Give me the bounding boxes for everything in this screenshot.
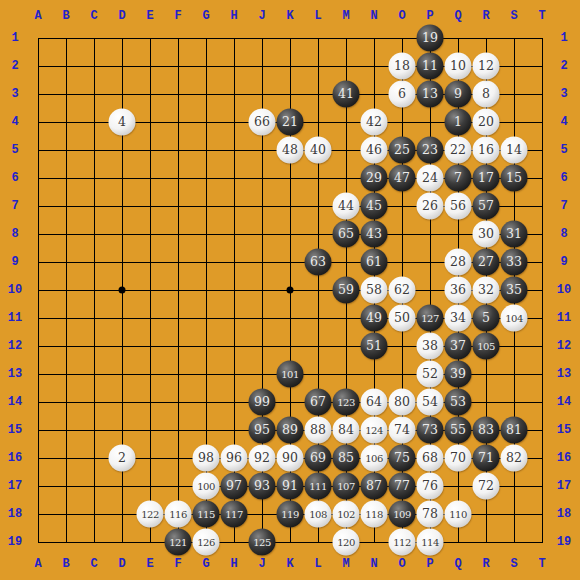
row-label-right: 16 — [557, 452, 571, 464]
col-label-bottom: A — [34, 558, 41, 570]
stone-white-o15[interactable]: 74 — [389, 417, 416, 444]
col-label-bottom: Q — [454, 558, 461, 570]
col-label-top: Q — [454, 10, 461, 22]
col-label-top: N — [370, 10, 377, 22]
stone-black-j15[interactable]: 95 — [249, 417, 276, 444]
stone-black-q13[interactable]: 39 — [445, 361, 472, 388]
stone-black-o18[interactable]: 109 — [389, 501, 416, 528]
stone-white-g17[interactable]: 100 — [193, 473, 220, 500]
stone-black-k13[interactable]: 101 — [277, 361, 304, 388]
col-label-top: J — [258, 10, 265, 22]
stone-black-m14[interactable]: 123 — [333, 389, 360, 416]
col-label-top: F — [174, 10, 181, 22]
stone-white-l5[interactable]: 40 — [305, 137, 332, 164]
stone-black-s6[interactable]: 15 — [501, 165, 528, 192]
row-label-right: 1 — [560, 32, 567, 44]
row-label-left: 10 — [8, 284, 22, 296]
stone-white-p16[interactable]: 68 — [417, 445, 444, 472]
go-game-record: { "game": "go", "board": { "size": 19, "… — [0, 0, 580, 580]
stone-black-q12[interactable]: 37 — [445, 333, 472, 360]
col-label-top: M — [342, 10, 349, 22]
stone-white-s5[interactable]: 14 — [501, 137, 528, 164]
row-label-right: 15 — [557, 424, 571, 436]
stone-white-p12[interactable]: 38 — [417, 333, 444, 360]
stone-black-q15[interactable]: 55 — [445, 417, 472, 444]
stone-black-q3[interactable]: 9 — [445, 81, 472, 108]
stone-black-p3[interactable]: 13 — [417, 81, 444, 108]
row-label-left: 18 — [8, 508, 22, 520]
stone-black-n11[interactable]: 49 — [361, 305, 388, 332]
stone-white-l15[interactable]: 88 — [305, 417, 332, 444]
row-label-right: 2 — [560, 60, 567, 72]
row-label-left: 17 — [8, 480, 22, 492]
col-label-bottom: D — [118, 558, 125, 570]
stone-black-r11[interactable]: 5 — [473, 305, 500, 332]
stone-white-d4[interactable]: 4 — [109, 109, 136, 136]
stone-white-o19[interactable]: 112 — [389, 529, 416, 556]
stone-black-m17[interactable]: 107 — [333, 473, 360, 500]
stone-black-j19[interactable]: 125 — [249, 529, 276, 556]
stone-white-j16[interactable]: 92 — [249, 445, 276, 472]
stone-black-l16[interactable]: 69 — [305, 445, 332, 472]
stone-white-p13[interactable]: 52 — [417, 361, 444, 388]
row-label-right: 9 — [560, 256, 567, 268]
stone-black-n17[interactable]: 87 — [361, 473, 388, 500]
stone-black-k4[interactable]: 21 — [277, 109, 304, 136]
stone-black-o16[interactable]: 75 — [389, 445, 416, 472]
row-label-left: 3 — [11, 88, 18, 100]
stone-white-n15[interactable]: 124 — [361, 417, 388, 444]
stone-white-o2[interactable]: 18 — [389, 53, 416, 80]
stone-black-p1[interactable]: 19 — [417, 25, 444, 52]
stone-white-r2[interactable]: 12 — [473, 53, 500, 80]
stone-white-m15[interactable]: 84 — [333, 417, 360, 444]
stone-white-s16[interactable]: 82 — [501, 445, 528, 472]
col-label-bottom: S — [510, 558, 517, 570]
stone-white-r10[interactable]: 32 — [473, 277, 500, 304]
stone-black-k18[interactable]: 119 — [277, 501, 304, 528]
stone-white-n16[interactable]: 106 — [361, 445, 388, 472]
col-label-top: A — [34, 10, 41, 22]
row-label-right: 18 — [557, 508, 571, 520]
stone-white-h16[interactable]: 96 — [221, 445, 248, 472]
stone-white-n10[interactable]: 58 — [361, 277, 388, 304]
row-label-left: 15 — [8, 424, 22, 436]
stone-white-q16[interactable]: 70 — [445, 445, 472, 472]
col-label-bottom: C — [90, 558, 97, 570]
stone-black-n6[interactable]: 29 — [361, 165, 388, 192]
row-label-right: 7 — [560, 200, 567, 212]
star-point-k10 — [287, 287, 294, 294]
stone-black-m10[interactable]: 59 — [333, 277, 360, 304]
row-label-left: 16 — [8, 452, 22, 464]
col-label-top: L — [314, 10, 321, 22]
stone-black-o17[interactable]: 77 — [389, 473, 416, 500]
stone-black-l9[interactable]: 63 — [305, 249, 332, 276]
col-label-top: D — [118, 10, 125, 22]
stone-black-p5[interactable]: 23 — [417, 137, 444, 164]
row-label-left: 9 — [11, 256, 18, 268]
stone-white-p7[interactable]: 26 — [417, 193, 444, 220]
row-label-right: 19 — [557, 536, 571, 548]
col-label-bottom: G — [202, 558, 209, 570]
stone-black-h18[interactable]: 117 — [221, 501, 248, 528]
stone-white-n4[interactable]: 42 — [361, 109, 388, 136]
stone-black-r6[interactable]: 17 — [473, 165, 500, 192]
stone-white-n18[interactable]: 118 — [361, 501, 388, 528]
stone-black-f19[interactable]: 121 — [165, 529, 192, 556]
stone-white-r3[interactable]: 8 — [473, 81, 500, 108]
stone-white-f18[interactable]: 116 — [165, 501, 192, 528]
col-label-bottom: N — [370, 558, 377, 570]
stone-black-k17[interactable]: 91 — [277, 473, 304, 500]
row-label-left: 19 — [8, 536, 22, 548]
stone-white-q18[interactable]: 110 — [445, 501, 472, 528]
row-label-left: 12 — [8, 340, 22, 352]
stone-white-p6[interactable]: 24 — [417, 165, 444, 192]
col-label-bottom: M — [342, 558, 349, 570]
stone-white-p14[interactable]: 54 — [417, 389, 444, 416]
stone-white-p18[interactable]: 78 — [417, 501, 444, 528]
stone-white-l18[interactable]: 108 — [305, 501, 332, 528]
row-label-left: 11 — [8, 312, 22, 324]
col-label-top: S — [510, 10, 517, 22]
stone-black-n9[interactable]: 61 — [361, 249, 388, 276]
row-label-left: 13 — [8, 368, 22, 380]
stone-black-o6[interactable]: 47 — [389, 165, 416, 192]
row-label-right: 17 — [557, 480, 571, 492]
stone-white-q9[interactable]: 28 — [445, 249, 472, 276]
stone-white-k5[interactable]: 48 — [277, 137, 304, 164]
stone-white-m19[interactable]: 120 — [333, 529, 360, 556]
col-label-bottom: L — [314, 558, 321, 570]
stone-white-r17[interactable]: 72 — [473, 473, 500, 500]
stone-black-m3[interactable]: 41 — [333, 81, 360, 108]
stone-white-g16[interactable]: 98 — [193, 445, 220, 472]
stone-black-m16[interactable]: 85 — [333, 445, 360, 472]
col-label-top: P — [426, 10, 433, 22]
col-label-bottom: O — [398, 558, 405, 570]
stone-white-j4[interactable]: 66 — [249, 109, 276, 136]
stone-black-n12[interactable]: 51 — [361, 333, 388, 360]
row-label-left: 7 — [11, 200, 18, 212]
stone-black-r15[interactable]: 83 — [473, 417, 500, 444]
col-label-top: H — [230, 10, 237, 22]
stone-black-p2[interactable]: 11 — [417, 53, 444, 80]
row-label-left: 1 — [11, 32, 18, 44]
col-label-bottom: R — [482, 558, 489, 570]
col-label-bottom: H — [230, 558, 237, 570]
stone-white-s11[interactable]: 104 — [501, 305, 528, 332]
row-label-right: 3 — [560, 88, 567, 100]
row-label-left: 4 — [11, 116, 18, 128]
stone-white-p19[interactable]: 114 — [417, 529, 444, 556]
col-label-bottom: K — [286, 558, 293, 570]
stone-black-l14[interactable]: 67 — [305, 389, 332, 416]
stone-black-s10[interactable]: 35 — [501, 277, 528, 304]
stone-white-k16[interactable]: 90 — [277, 445, 304, 472]
row-label-right: 6 — [560, 172, 567, 184]
stone-black-l17[interactable]: 111 — [305, 473, 332, 500]
row-label-right: 5 — [560, 144, 567, 156]
row-label-left: 8 — [11, 228, 18, 240]
stone-white-e18[interactable]: 122 — [137, 501, 164, 528]
row-label-left: 2 — [11, 60, 18, 72]
col-label-top: O — [398, 10, 405, 22]
stone-black-p11[interactable]: 127 — [417, 305, 444, 332]
col-label-bottom: T — [538, 558, 545, 570]
stone-white-q2[interactable]: 10 — [445, 53, 472, 80]
row-label-right: 10 — [557, 284, 571, 296]
stone-black-q4[interactable]: 1 — [445, 109, 472, 136]
col-label-bottom: F — [174, 558, 181, 570]
col-label-top: E — [146, 10, 153, 22]
stone-black-s9[interactable]: 33 — [501, 249, 528, 276]
stone-white-o14[interactable]: 80 — [389, 389, 416, 416]
star-point-d10 — [119, 287, 126, 294]
stone-black-h17[interactable]: 97 — [221, 473, 248, 500]
stone-black-r9[interactable]: 27 — [473, 249, 500, 276]
stone-white-q7[interactable]: 56 — [445, 193, 472, 220]
stone-black-m8[interactable]: 65 — [333, 221, 360, 248]
col-label-top: R — [482, 10, 489, 22]
stone-white-r8[interactable]: 30 — [473, 221, 500, 248]
stone-white-q10[interactable]: 36 — [445, 277, 472, 304]
row-label-right: 4 — [560, 116, 567, 128]
stone-white-r5[interactable]: 16 — [473, 137, 500, 164]
stone-black-k15[interactable]: 89 — [277, 417, 304, 444]
stone-white-m7[interactable]: 44 — [333, 193, 360, 220]
row-label-left: 5 — [11, 144, 18, 156]
col-label-top: K — [286, 10, 293, 22]
row-label-right: 13 — [557, 368, 571, 380]
stone-white-p17[interactable]: 76 — [417, 473, 444, 500]
stone-white-q11[interactable]: 34 — [445, 305, 472, 332]
stone-white-r4[interactable]: 20 — [473, 109, 500, 136]
stone-black-n8[interactable]: 43 — [361, 221, 388, 248]
stone-black-p15[interactable]: 73 — [417, 417, 444, 444]
stone-white-o3[interactable]: 6 — [389, 81, 416, 108]
stone-black-j17[interactable]: 93 — [249, 473, 276, 500]
stone-white-q5[interactable]: 22 — [445, 137, 472, 164]
col-label-top: G — [202, 10, 209, 22]
stone-white-o11[interactable]: 50 — [389, 305, 416, 332]
col-label-bottom: J — [258, 558, 265, 570]
stone-black-n7[interactable]: 45 — [361, 193, 388, 220]
stone-white-m18[interactable]: 102 — [333, 501, 360, 528]
row-label-left: 6 — [11, 172, 18, 184]
col-label-bottom: B — [62, 558, 69, 570]
col-label-bottom: P — [426, 558, 433, 570]
stone-white-g19[interactable]: 126 — [193, 529, 220, 556]
stone-black-s15[interactable]: 81 — [501, 417, 528, 444]
row-label-right: 12 — [557, 340, 571, 352]
row-label-right: 11 — [557, 312, 571, 324]
stone-white-n14[interactable]: 64 — [361, 389, 388, 416]
row-label-right: 8 — [560, 228, 567, 240]
col-label-top: C — [90, 10, 97, 22]
stone-black-q6[interactable]: 7 — [445, 165, 472, 192]
stone-black-j14[interactable]: 99 — [249, 389, 276, 416]
stone-black-o5[interactable]: 25 — [389, 137, 416, 164]
stone-white-d16[interactable]: 2 — [109, 445, 136, 472]
stone-black-r12[interactable]: 105 — [473, 333, 500, 360]
col-label-bottom: E — [146, 558, 153, 570]
stone-black-q14[interactable]: 53 — [445, 389, 472, 416]
stone-white-o10[interactable]: 62 — [389, 277, 416, 304]
row-label-left: 14 — [8, 396, 22, 408]
stone-black-g18[interactable]: 115 — [193, 501, 220, 528]
stone-black-r7[interactable]: 57 — [473, 193, 500, 220]
col-label-top: T — [538, 10, 545, 22]
row-label-right: 14 — [557, 396, 571, 408]
col-label-top: B — [62, 10, 69, 22]
stone-black-s8[interactable]: 31 — [501, 221, 528, 248]
stone-white-n5[interactable]: 46 — [361, 137, 388, 164]
stone-black-r16[interactable]: 71 — [473, 445, 500, 472]
